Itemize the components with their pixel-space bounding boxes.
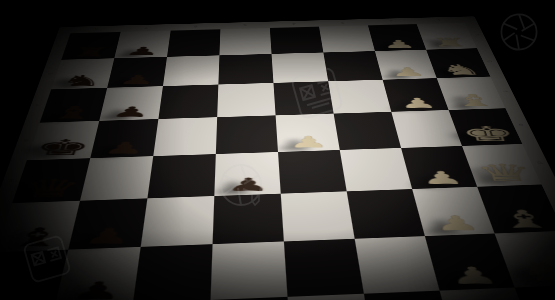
chess-photo: 87654321hgfedcbahgfedcba ♜♞♝♛♚♝♞♜♟♟♟♟♟♟♟… (0, 0, 555, 300)
square-g7 (107, 57, 167, 88)
square-e3 (334, 112, 401, 150)
square-c4 (281, 191, 355, 241)
square-h1 (417, 23, 477, 50)
square-d3 (340, 148, 412, 191)
coord-rank-top-1: 1 (435, 18, 444, 21)
square-g3 (323, 51, 382, 81)
board-squares (0, 23, 555, 300)
square-a1 (515, 285, 555, 300)
square-e8 (27, 121, 99, 160)
square-f5 (217, 83, 275, 117)
square-c5 (213, 194, 284, 244)
square-e6 (153, 117, 217, 156)
coord-rank-top-5: 5 (241, 23, 249, 26)
square-h3 (319, 25, 375, 52)
square-f4 (273, 81, 333, 115)
square-h8 (61, 32, 120, 60)
coord-file-left-h: h (55, 44, 63, 48)
coord-file-right-d: d (534, 159, 545, 166)
square-g1 (426, 48, 490, 78)
square-g4 (272, 52, 329, 82)
coord-file-left-f: f (34, 102, 43, 108)
coord-file-right-f: f (500, 89, 510, 94)
square-f1 (437, 77, 506, 110)
coord-file-right-g: g (486, 59, 495, 64)
square-c7 (68, 198, 147, 249)
board-scene: 87654321hgfedcbahgfedcba ♜♞♝♛♚♝♞♜♟♟♟♟♟♟♟… (0, 0, 555, 300)
coord-file-left-e: e (21, 137, 31, 143)
coord-rank-top-6: 6 (192, 25, 200, 28)
square-c6 (141, 196, 215, 247)
coord-file-left-g: g (45, 71, 54, 76)
square-d1 (462, 144, 542, 187)
coord-rank-top-4: 4 (290, 22, 298, 25)
square-b4 (284, 239, 364, 297)
square-h5 (219, 28, 271, 55)
chessboard: 87654321hgfedcbahgfedcba ♜♞♝♛♚♝♞♜♟♟♟♟♟♟♟… (0, 16, 555, 300)
square-e1 (449, 108, 523, 146)
square-g6 (163, 55, 219, 86)
square-b6 (133, 244, 213, 300)
square-d8 (12, 158, 90, 203)
square-c3 (347, 189, 425, 239)
square-g5 (218, 54, 273, 85)
square-f3 (328, 80, 391, 114)
coord-rank-top-7: 7 (142, 26, 151, 29)
square-f7 (99, 86, 163, 121)
square-h6 (167, 29, 220, 57)
square-e7 (90, 119, 158, 158)
square-e5 (216, 115, 278, 154)
coord-rank-top-2: 2 (387, 20, 396, 23)
square-d7 (80, 156, 153, 201)
coord-rank-top-8: 8 (92, 27, 101, 30)
coord-file-left-c: c (0, 222, 1, 230)
square-d5 (214, 152, 280, 196)
square-g8 (51, 58, 114, 89)
square-c8 (0, 201, 80, 253)
square-d4 (278, 150, 347, 194)
coord-file-left-d: d (6, 177, 17, 184)
square-f8 (40, 88, 107, 123)
square-b5 (211, 241, 288, 300)
square-h4 (270, 27, 324, 54)
coord-rank-top-3: 3 (339, 21, 348, 24)
square-b7 (55, 247, 141, 300)
square-h7 (114, 31, 170, 59)
coord-file-right-e: e (516, 122, 526, 128)
square-f6 (158, 85, 218, 119)
square-d6 (147, 154, 215, 198)
square-e4 (276, 114, 340, 152)
coord-file-right-h: h (473, 32, 481, 36)
